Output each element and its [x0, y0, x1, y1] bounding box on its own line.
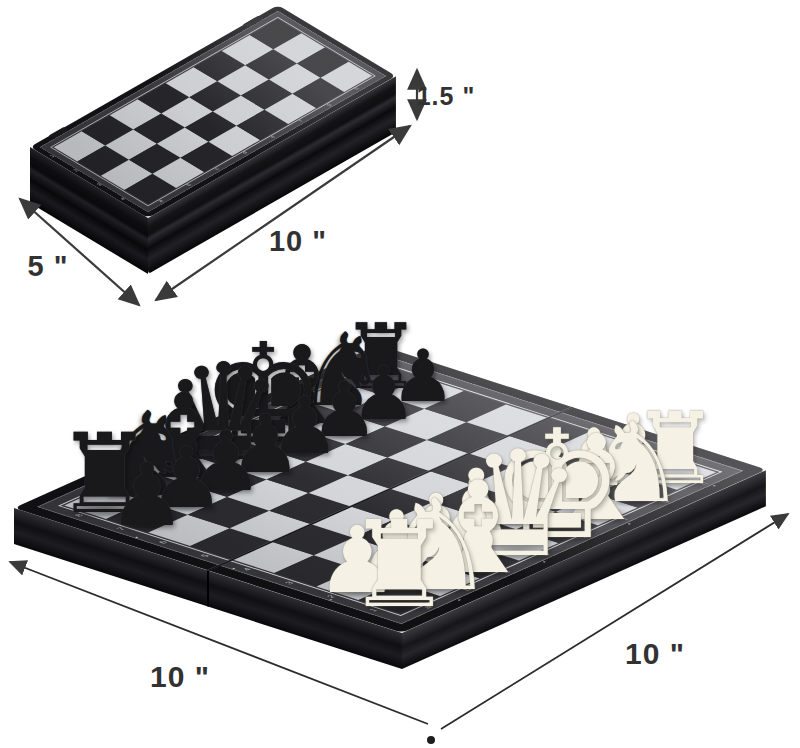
- open-board-top: abcdefgh87654321: [14, 345, 766, 633]
- chess-set-product-photo: abcdefgh1234 abcdefgh87654321 ♜♞♝♛♚♝♞♜♟♟…: [0, 0, 800, 748]
- folded-height-label: 1.5 ": [417, 82, 476, 111]
- open-left-dimension-label: 10 ": [150, 660, 210, 694]
- rim-pin: [627, 523, 631, 524]
- rim-pin: [542, 561, 546, 562]
- dimension-vertex-dot: [427, 736, 435, 744]
- rim-pin: [712, 485, 716, 486]
- folded-length-label: 10 ": [269, 225, 327, 258]
- folded-width-label: 5 ": [28, 250, 69, 283]
- rim-pin: [457, 599, 461, 600]
- open-right-dimension-label: 10 ": [625, 637, 685, 671]
